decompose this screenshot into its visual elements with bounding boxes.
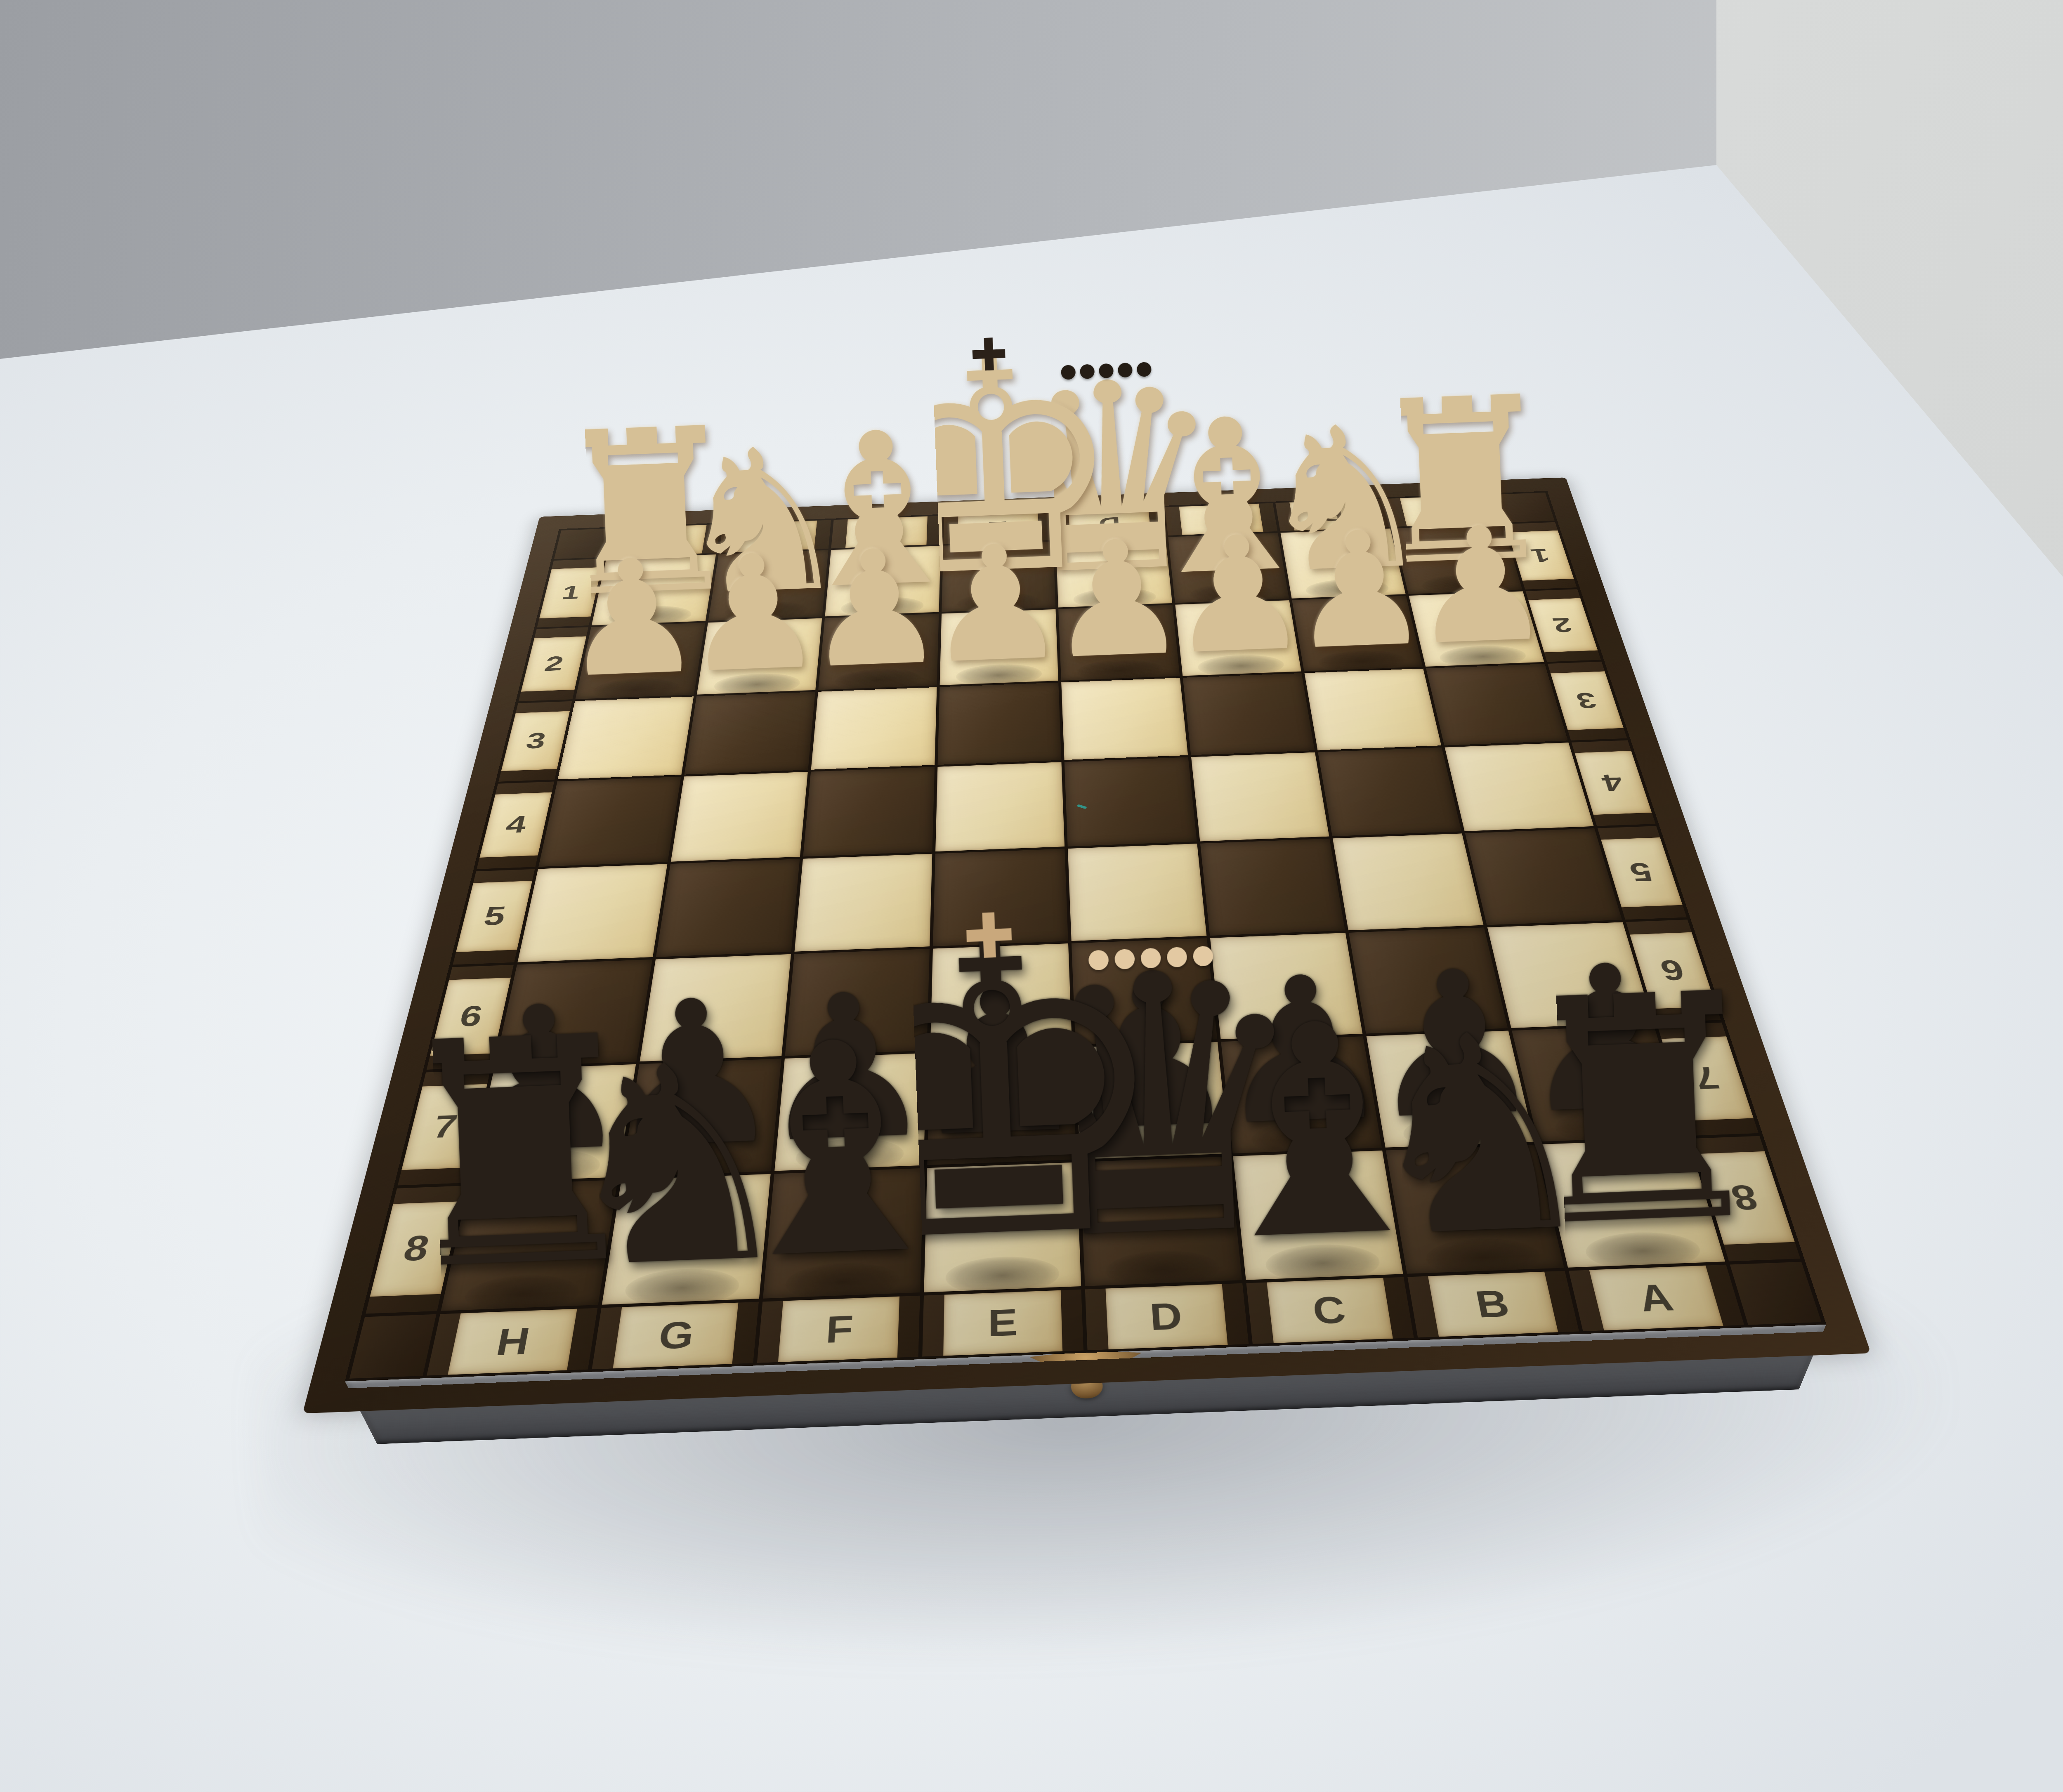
square-f2[interactable]: ♟	[818, 614, 939, 690]
piece-black-rook-a8[interactable]: ♜	[1539, 1139, 1725, 1267]
label-tile: A	[1589, 1266, 1723, 1331]
rank-label-left-4: 4	[477, 782, 554, 869]
piece-white-pawn-b2[interactable]: ♟	[1292, 596, 1423, 671]
square-c2[interactable]: ♟	[1175, 600, 1301, 676]
piece-white-pawn-e2[interactable]: ♟	[940, 609, 1058, 685]
label-tile: D	[1105, 1284, 1227, 1350]
label-tile: 5	[456, 881, 532, 952]
square-a2[interactable]: ♟	[1409, 591, 1544, 667]
board-grid: HGFEDCBA1♜♞♝♚✚♛♝♞♜12♟♟♟♟♟♟♟♟2334455667♟♟…	[345, 491, 1827, 1382]
file-label-bottom-G: G	[592, 1302, 759, 1370]
square-e2[interactable]: ♟	[940, 609, 1058, 685]
square-h3[interactable]	[558, 696, 694, 779]
file-label-bottom-C: C	[1246, 1277, 1414, 1344]
rank-label-left-5: 5	[453, 869, 535, 965]
square-f3[interactable]	[811, 687, 937, 770]
rook-glyph: ♜	[1495, 960, 1783, 1264]
king-glyph: ♚	[809, 897, 1181, 1290]
border-corner	[349, 1314, 437, 1379]
square-b2[interactable]: ♟	[1292, 596, 1423, 671]
square-g5[interactable]	[656, 859, 800, 957]
square-h4[interactable]	[538, 777, 681, 867]
square-a5[interactable]	[1465, 828, 1622, 925]
square-g2[interactable]: ♟	[697, 618, 822, 695]
file-label-bottom-H: H	[427, 1308, 597, 1376]
square-g3[interactable]	[685, 692, 815, 775]
file-label-bottom-D: D	[1085, 1283, 1249, 1351]
square-c3[interactable]	[1183, 673, 1315, 755]
piece-white-pawn-c2[interactable]: ♟	[1175, 600, 1301, 676]
square-e4[interactable]	[935, 762, 1065, 851]
square-d2[interactable]: ♟	[1058, 605, 1180, 681]
piece-white-pawn-f2[interactable]: ♟	[818, 614, 939, 690]
label-tile: H	[448, 1309, 577, 1375]
square-b4[interactable]	[1318, 747, 1461, 836]
square-c4[interactable]	[1191, 752, 1329, 842]
square-b5[interactable]	[1333, 833, 1484, 930]
label-tile: C	[1267, 1278, 1393, 1343]
label-tile: 4	[479, 792, 552, 858]
rank-label-right-5: 5	[1598, 826, 1687, 920]
square-d3[interactable]	[1061, 678, 1188, 760]
square-a4[interactable]	[1445, 743, 1593, 831]
label-tile: E	[943, 1290, 1062, 1356]
label-tile: G	[613, 1303, 738, 1369]
piece-white-pawn-d2[interactable]: ♟	[1058, 605, 1180, 681]
file-label-bottom-F: F	[757, 1296, 920, 1363]
square-g4[interactable]	[671, 772, 808, 862]
pawn-glyph: ♟	[1407, 508, 1555, 664]
square-h5[interactable]	[517, 864, 667, 962]
chess-board-3d: HGFEDCBA1♜♞♝♚✚♛♝♞♜12♟♟♟♟♟♟♟♟2334455667♟♟…	[302, 477, 1871, 1413]
square-f4[interactable]	[803, 767, 935, 856]
label-tile: B	[1428, 1272, 1558, 1337]
board-box-top: HGFEDCBA1♜♞♝♚✚♛♝♞♜12♟♟♟♟♟♟♟♟2334455667♟♟…	[302, 477, 1871, 1413]
label-tile: 3	[501, 711, 570, 771]
border-corner	[1730, 1262, 1822, 1325]
square-d4[interactable]	[1065, 757, 1197, 846]
square-e3[interactable]	[938, 682, 1062, 765]
square-e8[interactable]: ♚✚	[924, 1162, 1081, 1292]
piece-white-pawn-g2[interactable]: ♟	[697, 618, 822, 695]
label-tile: F	[778, 1297, 900, 1362]
piece-black-king-e8[interactable]: ♚✚	[924, 1162, 1081, 1292]
file-label-bottom-A: A	[1569, 1265, 1744, 1331]
piece-white-pawn-a2[interactable]: ♟	[1409, 591, 1544, 667]
file-label-bottom-B: B	[1407, 1271, 1579, 1338]
square-a8[interactable]: ♜	[1539, 1139, 1725, 1267]
square-b3[interactable]	[1304, 668, 1441, 750]
square-a3[interactable]	[1426, 664, 1568, 745]
